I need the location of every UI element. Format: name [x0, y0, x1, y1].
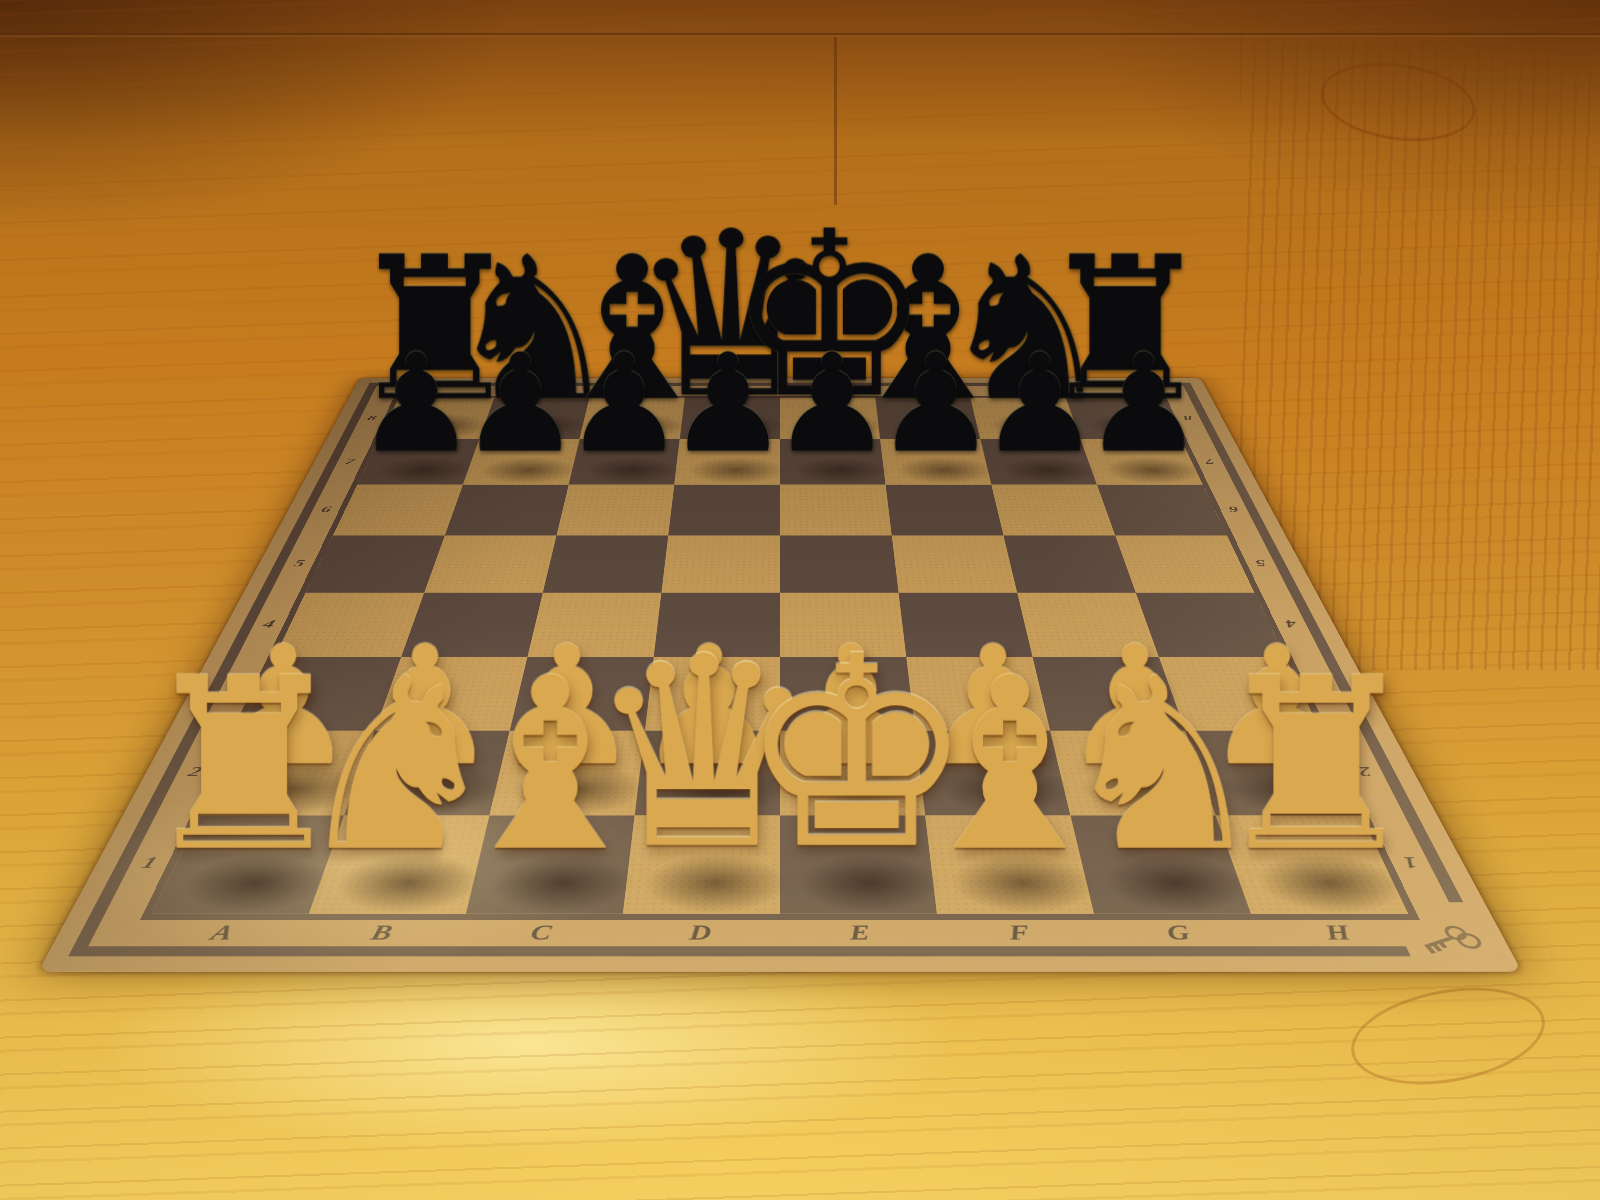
- square-g6[interactable]: [991, 485, 1115, 536]
- square-e5[interactable]: [780, 535, 899, 592]
- square-f6[interactable]: [886, 485, 1004, 536]
- plank-seam-horizontal: [0, 33, 1600, 37]
- square-d7[interactable]: ♟: [674, 439, 780, 485]
- square-d5[interactable]: [661, 535, 780, 592]
- square-e1[interactable]: ♚: [780, 815, 937, 913]
- square-e6[interactable]: [780, 485, 892, 536]
- square-a6[interactable]: [333, 485, 463, 536]
- square-c6[interactable]: [557, 485, 675, 536]
- square-f7[interactable]: ♟: [880, 439, 991, 485]
- square-c7[interactable]: ♟: [569, 439, 680, 485]
- black-pawn-h7[interactable]: ♟: [1083, 339, 1205, 468]
- square-c5[interactable]: [543, 535, 668, 592]
- square-f5[interactable]: [892, 535, 1017, 592]
- square-h5[interactable]: [1115, 535, 1254, 592]
- table-surface: A B C D E F G H 8 7 6 5 4 3 2 1 8: [0, 0, 1600, 1200]
- square-b5[interactable]: [424, 535, 556, 592]
- square-h6[interactable]: [1097, 485, 1227, 536]
- square-b6[interactable]: [445, 485, 569, 536]
- square-e7[interactable]: ♟: [780, 439, 886, 485]
- white-king-e1[interactable]: ♚: [739, 629, 975, 879]
- square-g7[interactable]: ♟: [980, 439, 1097, 485]
- square-g5[interactable]: [1003, 535, 1135, 592]
- white-rook-h1[interactable]: ♜: [1209, 653, 1423, 879]
- plank-seam-vertical: [834, 37, 837, 205]
- square-h7[interactable]: ♟: [1081, 439, 1203, 485]
- square-d6[interactable]: [668, 485, 780, 536]
- square-a5[interactable]: [306, 535, 445, 592]
